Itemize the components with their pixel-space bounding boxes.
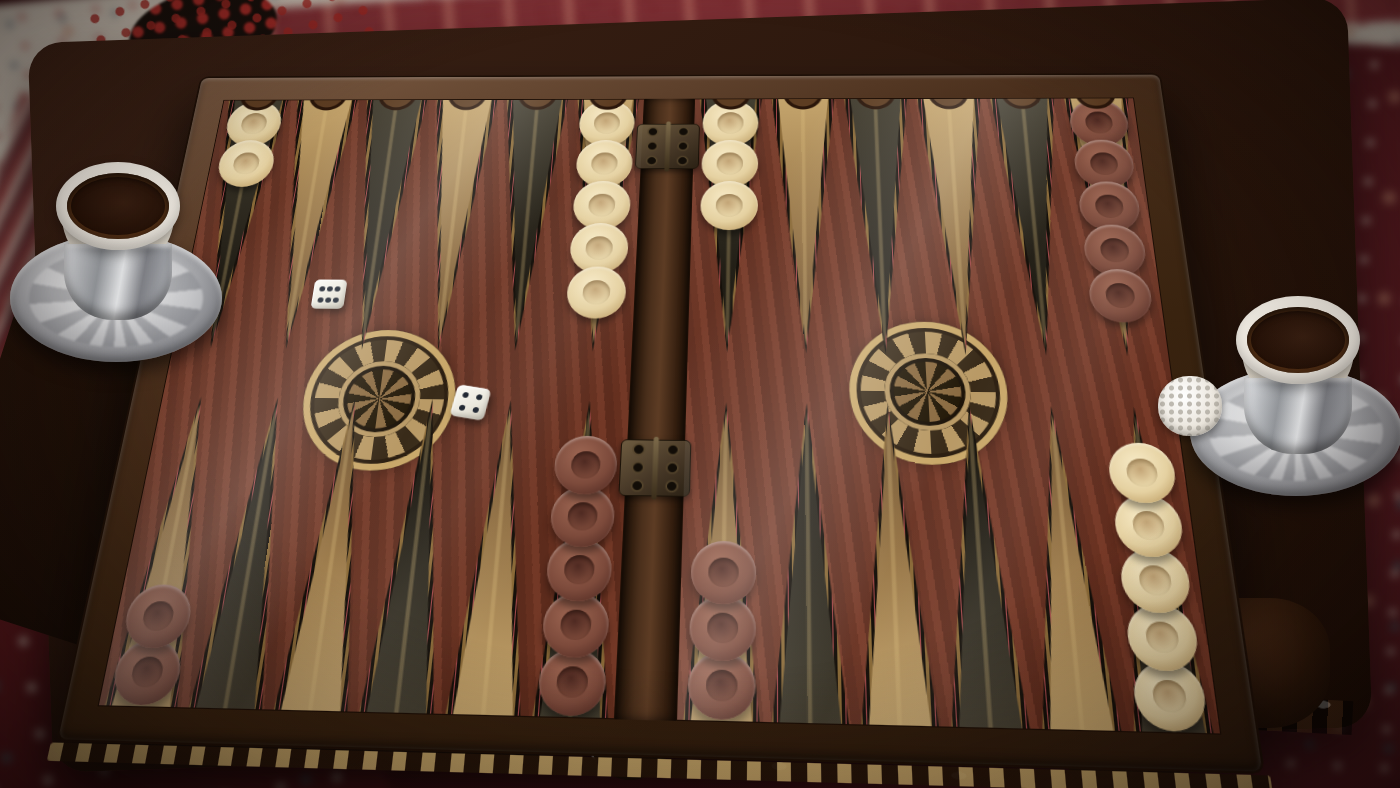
point-fill	[940, 413, 1023, 728]
checker-brown[interactable]	[689, 595, 756, 662]
bead-dish	[121, 0, 284, 85]
backgammon-board	[55, 73, 1265, 774]
pip	[317, 297, 324, 302]
point-fill	[452, 408, 539, 716]
checker-stack	[687, 545, 756, 716]
checker-white[interactable]	[1131, 661, 1210, 732]
coffee-cup-right	[1186, 292, 1400, 500]
point-top-7[interactable]	[692, 99, 763, 353]
checker-white[interactable]	[1112, 494, 1186, 557]
die-1[interactable]	[311, 280, 348, 309]
point-bottom-8[interactable]	[770, 403, 850, 724]
checker-brown[interactable]	[687, 651, 755, 720]
checker-stack	[1068, 102, 1154, 319]
pip	[327, 286, 334, 291]
point-fill	[1022, 414, 1115, 731]
checker-stack	[700, 103, 758, 227]
checker-white[interactable]	[700, 181, 758, 230]
pip	[319, 286, 326, 291]
point-top-10[interactable]	[916, 99, 1002, 356]
point-fill	[849, 99, 913, 347]
checker-stack	[537, 439, 618, 712]
point-fill	[778, 411, 843, 724]
checker-brown[interactable]	[541, 592, 610, 658]
hinge-icon	[618, 439, 691, 497]
hinge-icon	[635, 124, 700, 169]
coffee-cup-left	[6, 158, 230, 366]
checker-brown[interactable]	[120, 584, 195, 649]
hinge-pin	[664, 122, 671, 172]
turkish-delight	[1158, 376, 1222, 436]
checker-brown[interactable]	[690, 541, 756, 605]
checker-brown[interactable]	[109, 639, 186, 706]
checker-brown[interactable]	[549, 486, 616, 547]
checker-brown[interactable]	[545, 538, 613, 602]
point-fill	[488, 100, 563, 344]
checker-white[interactable]	[565, 266, 627, 318]
pip	[459, 405, 466, 411]
point-bottom-7[interactable]	[682, 402, 763, 722]
checker-white[interactable]	[1106, 442, 1179, 503]
point-fill	[996, 99, 1075, 348]
hinge-pin	[651, 437, 659, 500]
pip	[334, 286, 340, 291]
checker-brown[interactable]	[1087, 269, 1155, 323]
point-bottom-9[interactable]	[851, 404, 941, 727]
point-bottom-6[interactable]	[531, 400, 625, 718]
checker-white[interactable]	[1124, 603, 1201, 671]
checker-stack	[566, 103, 636, 315]
point-top-8[interactable]	[770, 99, 841, 354]
pip	[476, 394, 483, 400]
point-top-9[interactable]	[843, 99, 922, 355]
point-top-6[interactable]	[558, 100, 640, 353]
checker-brown[interactable]	[537, 648, 608, 717]
pip	[463, 392, 470, 398]
checker-stack	[110, 588, 195, 701]
coffee-surface	[1247, 307, 1349, 373]
coffee-surface	[67, 173, 169, 239]
pip	[472, 407, 479, 413]
checker-brown[interactable]	[553, 436, 619, 495]
point-bottom-10[interactable]	[932, 404, 1031, 728]
scene	[0, 0, 1400, 788]
pip	[332, 297, 339, 302]
board-right-half	[676, 98, 1222, 735]
checker-white[interactable]	[1118, 548, 1193, 614]
board-frame	[55, 73, 1265, 774]
pip	[325, 297, 332, 302]
